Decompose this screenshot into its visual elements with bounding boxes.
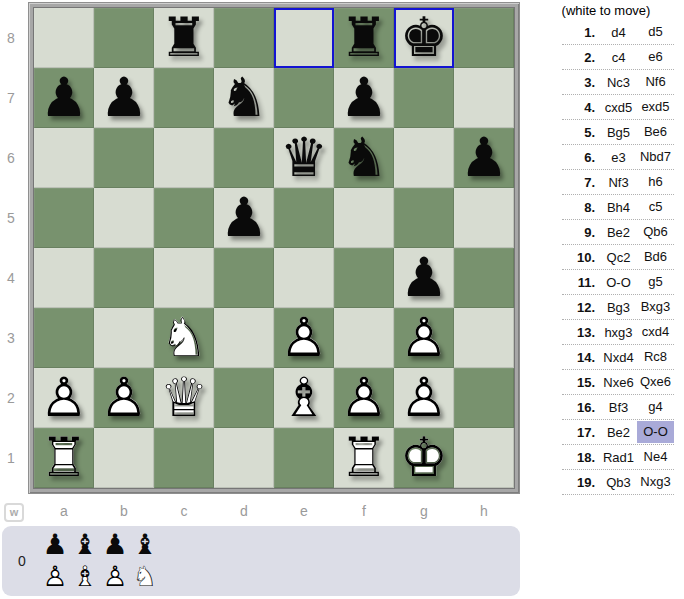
move-number-16: 16. (562, 400, 600, 415)
square-g6[interactable] (394, 128, 454, 188)
square-e1[interactable] (274, 428, 334, 488)
move-14-black[interactable]: Rc8 (637, 346, 674, 368)
move-list-header: (white to move) (538, 3, 674, 18)
rank-label-2: 2 (0, 368, 22, 428)
move-number-13: 13. (562, 325, 600, 340)
square-e4[interactable] (274, 248, 334, 308)
captured-black-pieces-row: ♟♝♟♝ (40, 529, 160, 561)
white-bishop: ♝♗ (70, 561, 100, 593)
white-pawn: ♟♙ (274, 308, 334, 368)
square-h2[interactable] (454, 368, 514, 428)
move-6-white[interactable]: e3 (600, 150, 637, 165)
square-f6[interactable]: ♞ (334, 128, 394, 188)
move-number-17: 17. (562, 425, 600, 440)
move-5-black[interactable]: Be6 (637, 121, 674, 143)
file-label-b: b (94, 501, 154, 521)
move-row-6: 6.e3Nbd7 (562, 145, 674, 170)
square-f2[interactable]: ♟♙ (334, 368, 394, 428)
white-knight-outline: ♘ (130, 561, 160, 593)
square-g8[interactable]: ♚ (394, 8, 454, 68)
square-a3[interactable] (34, 308, 94, 368)
white-pawn: ♟♙ (40, 561, 70, 593)
square-d3[interactable] (214, 308, 274, 368)
black-rook-glyph: ♜ (334, 8, 394, 68)
square-e3[interactable]: ♟♙ (274, 308, 334, 368)
white-pawn: ♟♙ (394, 368, 454, 428)
move-row-19: 19.Qb3Nxg3 (562, 470, 674, 495)
rank-label-8: 8 (0, 8, 22, 68)
move-19-black[interactable]: Nxg3 (637, 471, 674, 493)
move-row-16: 16.Bf3g4 (562, 395, 674, 420)
chess-board: ♜♜♚♟♟♞♟♛♞♟♟♟♞♘♟♙♟♙♟♙♟♙♛♕♝♗♟♙♟♙♜♖♜♖♚♔ (33, 7, 515, 489)
captured-pieces: ♟♝♟♝♟♙♝♗♟♙♞♘ (40, 529, 160, 593)
square-b4[interactable] (94, 248, 154, 308)
rank-label-6: 6 (0, 128, 22, 188)
square-g1[interactable]: ♚♔ (394, 428, 454, 488)
move-number-11: 11. (562, 275, 600, 290)
black-bishop: ♝ (70, 529, 100, 561)
square-g4[interactable]: ♟ (394, 248, 454, 308)
white-pawn: ♟♙ (394, 308, 454, 368)
square-a1[interactable]: ♜♖ (34, 428, 94, 488)
square-h5[interactable] (454, 188, 514, 248)
white-pawn-outline: ♙ (94, 368, 154, 428)
move-number-10: 10. (562, 250, 600, 265)
square-a8[interactable] (34, 8, 94, 68)
file-label-g: g (394, 501, 454, 521)
move-15-black[interactable]: Qxe6 (637, 371, 674, 393)
square-a5[interactable] (34, 188, 94, 248)
move-14-white[interactable]: Nxd4 (600, 350, 637, 365)
square-g3[interactable]: ♟♙ (394, 308, 454, 368)
white-rook: ♜♖ (334, 428, 394, 488)
square-f4[interactable] (334, 248, 394, 308)
square-f3[interactable] (334, 308, 394, 368)
square-d2[interactable] (214, 368, 274, 428)
move-7-black[interactable]: h6 (637, 171, 674, 193)
square-e2[interactable]: ♝♗ (274, 368, 334, 428)
move-9-black[interactable]: Qb6 (637, 221, 674, 243)
black-rook-glyph: ♜ (154, 8, 214, 68)
black-pawn-glyph: ♟ (334, 68, 394, 128)
square-b3[interactable] (94, 308, 154, 368)
move-number-9: 9. (562, 225, 600, 240)
white-pawn: ♟♙ (94, 368, 154, 428)
square-h3[interactable] (454, 308, 514, 368)
move-4-black[interactable]: exd5 (637, 96, 674, 118)
square-d7[interactable]: ♞ (214, 68, 274, 128)
black-pawn-glyph: ♟ (214, 188, 274, 248)
black-pawn-glyph: ♟ (394, 248, 454, 308)
white-pawn-outline: ♙ (394, 368, 454, 428)
white-king-outline: ♔ (394, 428, 454, 488)
chess-board-frame: ♜♜♚♟♟♞♟♛♞♟♟♟♞♘♟♙♟♙♟♙♟♙♛♕♝♗♟♙♟♙♜♖♜♖♚♔ (28, 2, 520, 494)
square-c8[interactable]: ♜ (154, 8, 214, 68)
black-pawn-glyph: ♟ (454, 128, 514, 188)
square-e8[interactable] (274, 8, 334, 68)
square-c1[interactable] (154, 428, 214, 488)
move-number-2: 2. (562, 50, 600, 65)
square-c6[interactable] (154, 128, 214, 188)
black-king-glyph: ♚ (394, 8, 454, 68)
white-pawn: ♟♙ (100, 561, 130, 593)
square-h6[interactable]: ♟ (454, 128, 514, 188)
white-knight-outline: ♘ (154, 308, 214, 368)
move-row-14: 14.Nxd4Rc8 (562, 345, 674, 370)
square-g5[interactable] (394, 188, 454, 248)
square-c7[interactable] (154, 68, 214, 128)
square-b2[interactable]: ♟♙ (94, 368, 154, 428)
move-18-black[interactable]: Ne4 (637, 446, 674, 468)
move-row-18: 18.Rad1Ne4 (562, 445, 674, 470)
move-16-black[interactable]: g4 (637, 396, 674, 418)
move-row-7: 7.Nf3h6 (562, 170, 674, 195)
square-f5[interactable] (334, 188, 394, 248)
square-g2[interactable]: ♟♙ (394, 368, 454, 428)
black-pawn: ♟ (40, 529, 70, 561)
square-h7[interactable] (454, 68, 514, 128)
white-bishop-outline: ♗ (70, 561, 100, 593)
square-e5[interactable] (274, 188, 334, 248)
move-13-black[interactable]: cxd4 (637, 321, 674, 343)
move-12-white[interactable]: Bg3 (600, 300, 637, 315)
move-row-2: 2.c4e6 (562, 45, 674, 70)
square-d8[interactable] (214, 8, 274, 68)
move-number-6: 6. (562, 150, 600, 165)
move-1-black[interactable]: d5 (637, 21, 674, 43)
black-pawn: ♟ (100, 529, 130, 561)
white-king: ♚♔ (394, 428, 454, 488)
square-h4[interactable] (454, 248, 514, 308)
move-10-white[interactable]: Qc2 (600, 250, 637, 265)
black-bishop-glyph: ♝ (130, 529, 160, 561)
square-f8[interactable]: ♜ (334, 8, 394, 68)
square-g7[interactable] (394, 68, 454, 128)
square-c4[interactable] (154, 248, 214, 308)
move-3-white[interactable]: Nc3 (600, 75, 637, 90)
black-bishop-glyph: ♝ (70, 529, 100, 561)
move-row-5: 5.Bg5Be6 (562, 120, 674, 145)
black-king: ♚ (394, 8, 454, 68)
black-knight: ♞ (214, 68, 274, 128)
square-d1[interactable] (214, 428, 274, 488)
move-row-10: 10.Qc2Bd6 (562, 245, 674, 270)
black-pawn: ♟ (214, 188, 274, 248)
move-number-19: 19. (562, 475, 600, 490)
white-pawn-outline: ♙ (274, 308, 334, 368)
square-f7[interactable]: ♟ (334, 68, 394, 128)
move-3-black[interactable]: Nf6 (637, 71, 674, 93)
move-6-black[interactable]: Nbd7 (637, 146, 674, 168)
white-rook-outline: ♖ (34, 428, 94, 488)
move-row-1: 1.d4d5 (562, 20, 674, 45)
move-11-white[interactable]: O-O (600, 275, 637, 290)
white-pawn: ♟♙ (334, 368, 394, 428)
square-a7[interactable]: ♟ (34, 68, 94, 128)
turn-indicator: w (4, 503, 24, 522)
move-row-4: 4.cxd5exd5 (562, 95, 674, 120)
move-2-white[interactable]: c4 (600, 50, 637, 65)
white-pawn-outline: ♙ (40, 561, 70, 593)
square-b5[interactable] (94, 188, 154, 248)
move-19-white[interactable]: Qb3 (600, 475, 637, 490)
rank-label-7: 7 (0, 68, 22, 128)
move-1-white[interactable]: d4 (600, 25, 637, 40)
black-knight: ♞ (334, 128, 394, 188)
square-b7[interactable]: ♟ (94, 68, 154, 128)
white-pawn-outline: ♙ (334, 368, 394, 428)
square-a2[interactable]: ♟♙ (34, 368, 94, 428)
white-bishop: ♝♗ (274, 368, 334, 428)
move-row-13: 13.hxg3cxd4 (562, 320, 674, 345)
square-f1[interactable]: ♜♖ (334, 428, 394, 488)
move-number-1: 1. (562, 25, 600, 40)
white-pawn-outline: ♙ (34, 368, 94, 428)
square-e7[interactable] (274, 68, 334, 128)
move-18-white[interactable]: Rad1 (600, 450, 637, 465)
move-number-8: 8. (562, 200, 600, 215)
rank-label-3: 3 (0, 308, 22, 368)
move-row-9: 9.Be2Qb6 (562, 220, 674, 245)
square-c2[interactable]: ♛♕ (154, 368, 214, 428)
square-b1[interactable] (94, 428, 154, 488)
square-c5[interactable] (154, 188, 214, 248)
black-queen-glyph: ♛ (274, 128, 334, 188)
white-knight: ♞♘ (130, 561, 160, 593)
move-number-4: 4. (562, 100, 600, 115)
captured-pieces-tray: 0 ♟♝♟♝♟♙♝♗♟♙♞♘ (2, 526, 520, 596)
move-17-black[interactable]: O-O (637, 421, 674, 443)
white-bishop-outline: ♗ (274, 368, 334, 428)
move-5-white[interactable]: Bg5 (600, 125, 637, 140)
square-c3[interactable]: ♞♘ (154, 308, 214, 368)
move-2-black[interactable]: e6 (637, 46, 674, 68)
file-label-h: h (454, 501, 514, 521)
move-12-black[interactable]: Bxg3 (637, 296, 674, 318)
square-e6[interactable]: ♛ (274, 128, 334, 188)
square-b8[interactable] (94, 8, 154, 68)
square-a6[interactable] (34, 128, 94, 188)
move-7-white[interactable]: Nf3 (600, 175, 637, 190)
move-number-3: 3. (562, 75, 600, 90)
move-number-18: 18. (562, 450, 600, 465)
black-rook: ♜ (154, 8, 214, 68)
black-pawn-glyph: ♟ (100, 529, 130, 561)
material-score: 0 (12, 526, 32, 596)
move-row-17: 17.Be2O-O (562, 420, 674, 445)
move-9-white[interactable]: Be2 (600, 225, 637, 240)
move-number-15: 15. (562, 375, 600, 390)
white-pawn-outline: ♙ (394, 308, 454, 368)
move-8-white[interactable]: Bh4 (600, 200, 637, 215)
move-row-11: 11.O-Og5 (562, 270, 674, 295)
black-pawn-glyph: ♟ (34, 68, 94, 128)
move-number-5: 5. (562, 125, 600, 140)
move-15-white[interactable]: Nxe6 (600, 375, 637, 390)
white-queen-outline: ♕ (154, 368, 214, 428)
move-4-white[interactable]: cxd5 (600, 100, 637, 115)
square-d5[interactable]: ♟ (214, 188, 274, 248)
move-10-black[interactable]: Bd6 (637, 246, 674, 268)
move-number-12: 12. (562, 300, 600, 315)
file-label-d: d (214, 501, 274, 521)
square-d6[interactable] (214, 128, 274, 188)
square-a4[interactable] (34, 248, 94, 308)
move-16-white[interactable]: Bf3 (600, 400, 637, 415)
white-rook: ♜♖ (34, 428, 94, 488)
rank-label-5: 5 (0, 188, 22, 248)
square-b6[interactable] (94, 128, 154, 188)
black-pawn: ♟ (34, 68, 94, 128)
file-label-c: c (154, 501, 214, 521)
black-pawn: ♟ (94, 68, 154, 128)
white-queen: ♛♕ (154, 368, 214, 428)
black-queen: ♛ (274, 128, 334, 188)
move-11-black[interactable]: g5 (637, 271, 674, 293)
move-number-7: 7. (562, 175, 600, 190)
black-pawn-glyph: ♟ (94, 68, 154, 128)
white-rook-outline: ♖ (334, 428, 394, 488)
move-number-14: 14. (562, 350, 600, 365)
move-8-black[interactable]: c5 (637, 196, 674, 218)
white-pawn-outline: ♙ (100, 561, 130, 593)
black-pawn: ♟ (334, 68, 394, 128)
black-knight-glyph: ♞ (214, 68, 274, 128)
move-13-white[interactable]: hxg3 (600, 325, 637, 340)
black-knight-glyph: ♞ (334, 128, 394, 188)
move-row-15: 15.Nxe6Qxe6 (562, 370, 674, 395)
black-bishop: ♝ (130, 529, 160, 561)
square-h1[interactable] (454, 428, 514, 488)
black-rook: ♜ (334, 8, 394, 68)
square-h8[interactable] (454, 8, 514, 68)
move-row-12: 12.Bg3Bxg3 (562, 295, 674, 320)
move-17-white[interactable]: Be2 (600, 425, 637, 440)
move-list: 1.d4d52.c4e63.Nc3Nf64.cxd5exd55.Bg5Be66.… (562, 20, 674, 495)
white-knight: ♞♘ (154, 308, 214, 368)
file-label-f: f (334, 501, 394, 521)
black-pawn: ♟ (454, 128, 514, 188)
white-pawn: ♟♙ (34, 368, 94, 428)
move-row-3: 3.Nc3Nf6 (562, 70, 674, 95)
file-label-a: a (34, 501, 94, 521)
rank-label-4: 4 (0, 248, 22, 308)
black-pawn: ♟ (394, 248, 454, 308)
captured-white-pieces-row: ♟♙♝♗♟♙♞♘ (40, 561, 160, 593)
rank-label-1: 1 (0, 428, 22, 488)
move-row-8: 8.Bh4c5 (562, 195, 674, 220)
square-d4[interactable] (214, 248, 274, 308)
black-pawn-glyph: ♟ (40, 529, 70, 561)
file-label-e: e (274, 501, 334, 521)
